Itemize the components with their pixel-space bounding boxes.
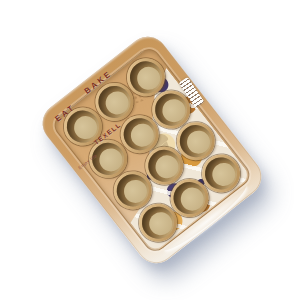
pan-inner-surface [50, 44, 254, 255]
cup-grid [55, 49, 249, 251]
photo-scene: EAT BAKE TEXELL Enjoy life [0, 0, 300, 300]
muffin-pan: EAT BAKE TEXELL Enjoy life [35, 29, 270, 271]
